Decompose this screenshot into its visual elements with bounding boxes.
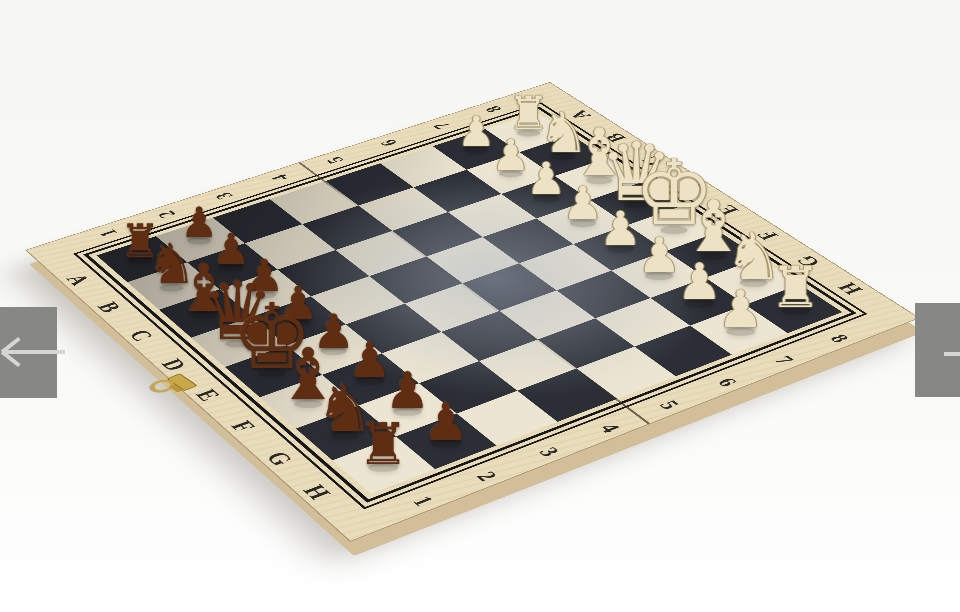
brass-clasp: [145, 372, 198, 400]
prev-arrow-icon: [3, 350, 65, 354]
chess-board: AABBCCDDEEFFGGHH1122334455667788: [25, 82, 920, 542]
next-arrow-icon: [944, 352, 960, 356]
prev-button[interactable]: [0, 307, 57, 398]
next-button[interactable]: [915, 303, 960, 397]
product-image-viewer[interactable]: AABBCCDDEEFFGGHH1122334455667788 ♜♞♝♛♚♝♞…: [0, 0, 960, 612]
chess-board-grid: [97, 112, 843, 493]
